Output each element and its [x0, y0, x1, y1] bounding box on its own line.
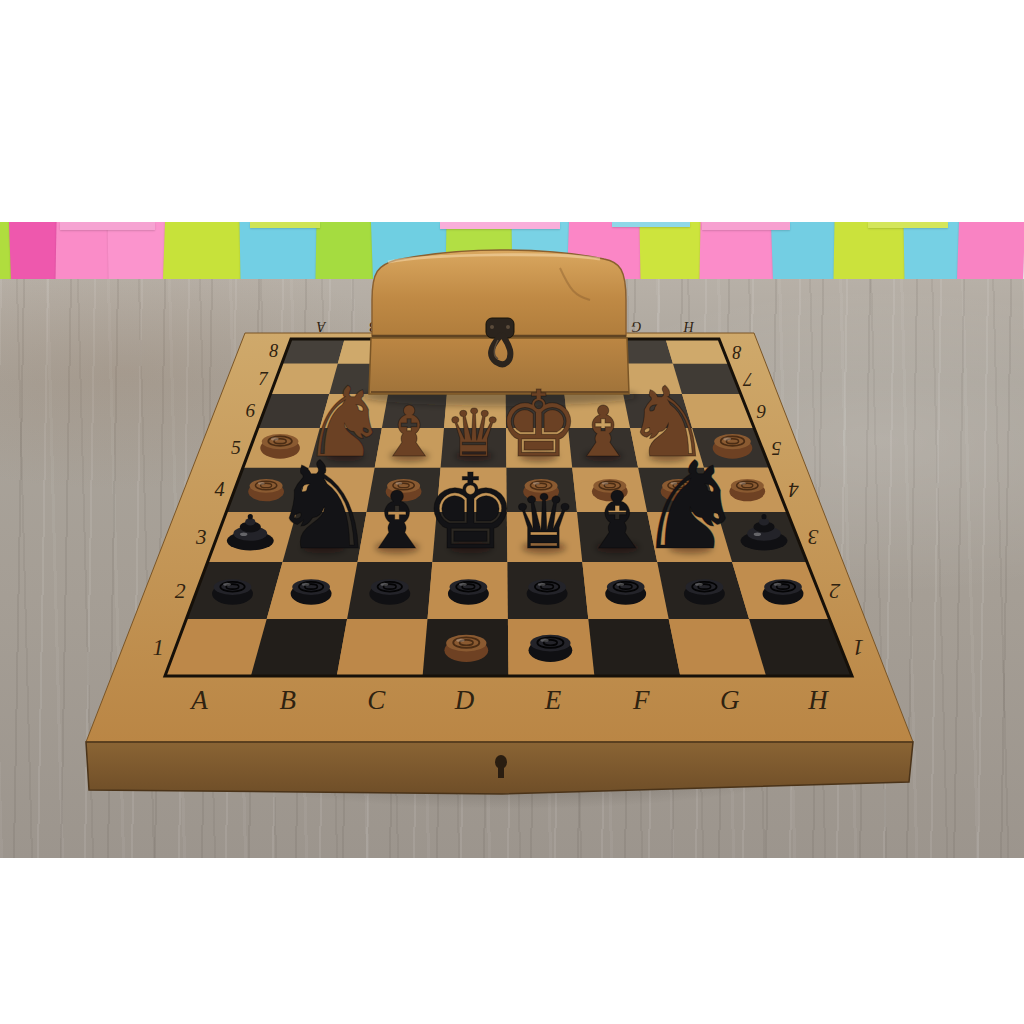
label-file-b-near: B [280, 685, 297, 715]
label-file-a-far: A [316, 319, 326, 334]
piece-black-bishop-c3: ♝ [362, 474, 433, 567]
label-file-c-near: C [367, 685, 386, 715]
svg-text:♞: ♞ [636, 436, 745, 577]
letterbox-top [0, 0, 1024, 222]
svg-text:♛: ♛ [510, 478, 577, 566]
label-rank-4-right: 4 [789, 479, 799, 501]
label-rank-6-left: 6 [246, 400, 256, 421]
piece-black-knight-g3: ♞ [636, 436, 745, 577]
square-a8 [282, 339, 345, 364]
label-rank-7-left: 7 [258, 368, 268, 389]
label-rank-2-left: 2 [175, 579, 186, 603]
square-b1 [251, 619, 347, 676]
label-rank-8-left: 8 [269, 341, 278, 361]
label-file-a-near: A [189, 685, 208, 715]
square-f1 [588, 619, 680, 676]
label-rank-3-right: 3 [808, 525, 820, 549]
label-file-f-near: F [632, 685, 650, 715]
label-file-g-near: G [720, 685, 740, 715]
label-rank-4-left: 4 [215, 478, 225, 500]
svg-text:♚: ♚ [424, 451, 517, 573]
square-g1 [669, 619, 766, 676]
label-file-e-near: E [544, 685, 562, 715]
label-rank-2-right: 2 [829, 579, 840, 603]
label-rank-5-left: 5 [231, 436, 241, 458]
product-photo-chess-set: AABBCCDDEEFFGGHH1122334455667788 ♞ ♝ ♛ ♚… [0, 0, 1024, 1024]
letterbox-bottom [0, 858, 1024, 1024]
label-rank-6-right: 6 [756, 401, 766, 422]
label-file-d-near: D [454, 685, 475, 715]
piece-black-king-d3: ♚ [424, 451, 517, 573]
label-rank-8-right: 8 [732, 341, 741, 361]
piece-black-queen-e3: ♛ [510, 478, 577, 566]
label-file-h-near: H [807, 685, 829, 715]
label-rank-3-left: 3 [195, 525, 207, 549]
label-rank-7-right: 7 [743, 369, 753, 390]
label-rank-1-left: 1 [152, 635, 163, 660]
square-c1 [337, 619, 428, 676]
label-file-g-far: G [631, 319, 641, 334]
label-file-h-far: H [683, 319, 695, 334]
label-rank-1-right: 1 [853, 635, 864, 660]
label-rank-5-right: 5 [771, 437, 781, 459]
svg-text:♝: ♝ [362, 474, 433, 567]
